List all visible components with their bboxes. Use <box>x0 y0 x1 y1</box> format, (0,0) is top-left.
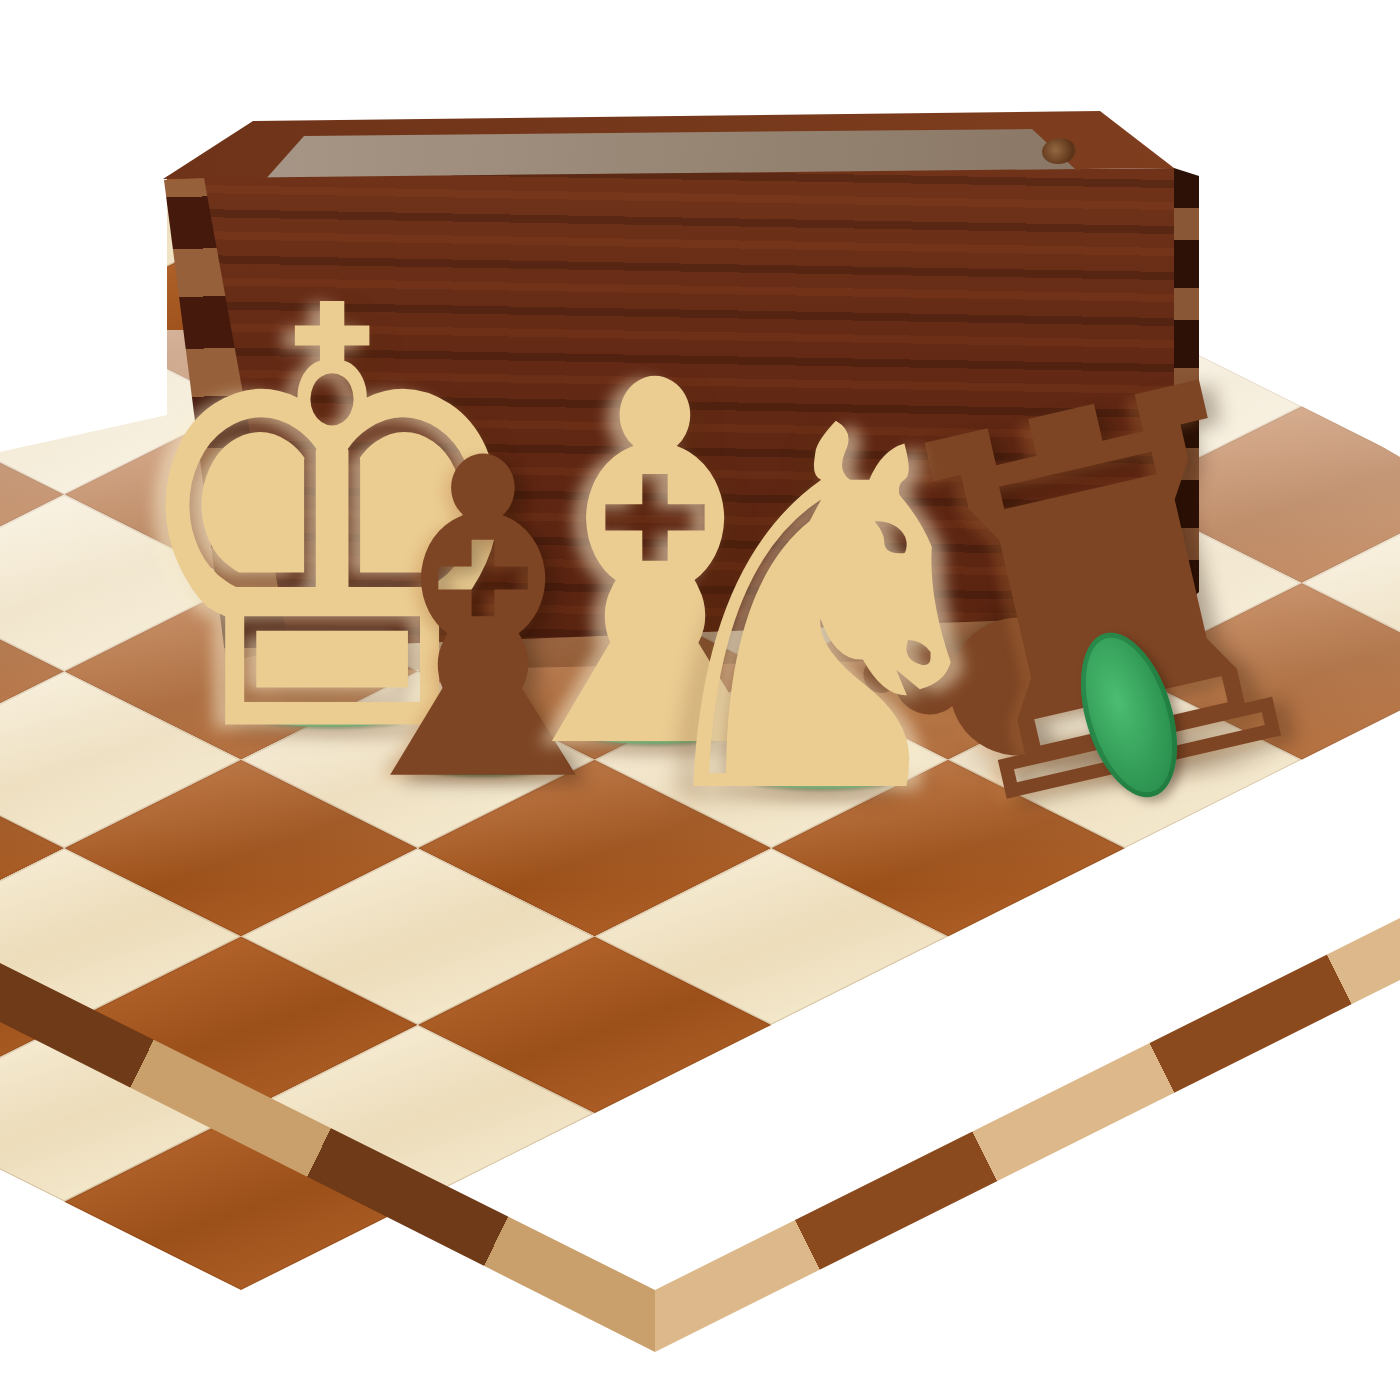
product-photo-scene: ♟ ♜ ♚ ♝ ♝ ♞ <box>0 0 1400 1400</box>
white-knight[interactable]: ♞ <box>620 363 1023 863</box>
